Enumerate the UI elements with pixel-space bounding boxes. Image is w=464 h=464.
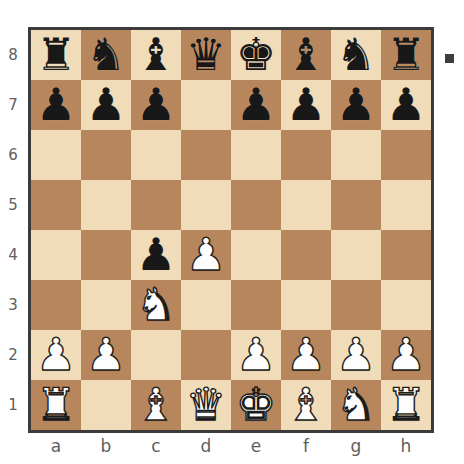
square-a5[interactable] <box>31 180 81 230</box>
square-a3[interactable] <box>31 280 81 330</box>
white-pawn: ♟ <box>186 230 226 280</box>
square-f5[interactable] <box>281 180 331 230</box>
file-label-c: c <box>131 434 181 458</box>
square-b4[interactable] <box>81 230 131 280</box>
black-king: ♚ <box>236 30 276 80</box>
white-king: ♚ <box>236 380 276 430</box>
square-e7[interactable]: ♟ <box>231 80 281 130</box>
square-g5[interactable] <box>331 180 381 230</box>
white-rook: ♜ <box>36 380 76 430</box>
square-d8[interactable]: ♛ <box>181 30 231 80</box>
rank-label-5: 5 <box>0 180 26 230</box>
file-label-e: e <box>231 434 281 458</box>
square-h7[interactable]: ♟ <box>381 80 431 130</box>
white-bishop: ♝ <box>136 380 176 430</box>
square-d1[interactable]: ♛ <box>181 380 231 430</box>
square-b1[interactable] <box>81 380 131 430</box>
square-h2[interactable]: ♟ <box>381 330 431 380</box>
square-f3[interactable] <box>281 280 331 330</box>
square-d6[interactable] <box>181 130 231 180</box>
file-label-f: f <box>281 434 331 458</box>
square-g8[interactable]: ♞ <box>331 30 381 80</box>
file-labels: abcdefgh <box>31 434 431 458</box>
rank-label-3: 3 <box>0 280 26 330</box>
white-pawn: ♟ <box>36 330 76 380</box>
rank-label-2: 2 <box>0 330 26 380</box>
square-b5[interactable] <box>81 180 131 230</box>
black-to-move-indicator <box>445 54 454 63</box>
square-f6[interactable] <box>281 130 331 180</box>
square-g4[interactable] <box>331 230 381 280</box>
square-d5[interactable] <box>181 180 231 230</box>
square-a7[interactable]: ♟ <box>31 80 81 130</box>
square-b7[interactable]: ♟ <box>81 80 131 130</box>
square-f1[interactable]: ♝ <box>281 380 331 430</box>
square-c5[interactable] <box>131 180 181 230</box>
square-h4[interactable] <box>381 230 431 280</box>
square-g6[interactable] <box>331 130 381 180</box>
board: ♜♞♝♛♚♝♞♜♟♟♟♟♟♟♟♟♟♞♟♟♟♟♟♟♜♝♛♚♝♞♜ <box>31 30 431 430</box>
black-pawn: ♟ <box>286 80 326 130</box>
black-pawn: ♟ <box>336 80 376 130</box>
black-bishop: ♝ <box>286 30 326 80</box>
white-queen: ♛ <box>186 380 226 430</box>
file-label-b: b <box>81 434 131 458</box>
square-e3[interactable] <box>231 280 281 330</box>
black-rook: ♜ <box>36 30 76 80</box>
black-knight: ♞ <box>86 30 126 80</box>
square-c2[interactable] <box>131 330 181 380</box>
rank-label-6: 6 <box>0 130 26 180</box>
file-label-d: d <box>181 434 231 458</box>
square-b6[interactable] <box>81 130 131 180</box>
square-f4[interactable] <box>281 230 331 280</box>
white-pawn: ♟ <box>86 330 126 380</box>
white-bishop: ♝ <box>286 380 326 430</box>
square-e1[interactable]: ♚ <box>231 380 281 430</box>
square-f2[interactable]: ♟ <box>281 330 331 380</box>
square-h8[interactable]: ♜ <box>381 30 431 80</box>
square-a2[interactable]: ♟ <box>31 330 81 380</box>
white-knight: ♞ <box>136 280 176 330</box>
file-label-a: a <box>31 434 81 458</box>
square-e5[interactable] <box>231 180 281 230</box>
white-pawn: ♟ <box>236 330 276 380</box>
square-e4[interactable] <box>231 230 281 280</box>
rank-label-7: 7 <box>0 80 26 130</box>
square-c7[interactable]: ♟ <box>131 80 181 130</box>
square-a6[interactable] <box>31 130 81 180</box>
square-g1[interactable]: ♞ <box>331 380 381 430</box>
square-g3[interactable] <box>331 280 381 330</box>
square-e2[interactable]: ♟ <box>231 330 281 380</box>
square-f7[interactable]: ♟ <box>281 80 331 130</box>
black-pawn: ♟ <box>36 80 76 130</box>
square-h1[interactable]: ♜ <box>381 380 431 430</box>
square-h3[interactable] <box>381 280 431 330</box>
white-knight: ♞ <box>336 380 376 430</box>
white-pawn: ♟ <box>386 330 426 380</box>
black-knight: ♞ <box>336 30 376 80</box>
board-frame: ♜♞♝♛♚♝♞♜♟♟♟♟♟♟♟♟♟♞♟♟♟♟♟♟♜♝♛♚♝♞♜ <box>28 27 434 433</box>
square-c8[interactable]: ♝ <box>131 30 181 80</box>
square-c1[interactable]: ♝ <box>131 380 181 430</box>
black-pawn: ♟ <box>86 80 126 130</box>
square-b8[interactable]: ♞ <box>81 30 131 80</box>
black-bishop: ♝ <box>136 30 176 80</box>
rank-label-8: 8 <box>0 30 26 80</box>
square-g2[interactable]: ♟ <box>331 330 381 380</box>
square-e6[interactable] <box>231 130 281 180</box>
black-pawn: ♟ <box>136 80 176 130</box>
square-d7[interactable] <box>181 80 231 130</box>
square-d3[interactable] <box>181 280 231 330</box>
file-label-h: h <box>381 434 431 458</box>
square-a8[interactable]: ♜ <box>31 30 81 80</box>
black-pawn: ♟ <box>136 230 176 280</box>
black-pawn: ♟ <box>386 80 426 130</box>
square-a1[interactable]: ♜ <box>31 380 81 430</box>
square-h6[interactable] <box>381 130 431 180</box>
square-d2[interactable] <box>181 330 231 380</box>
black-rook: ♜ <box>386 30 426 80</box>
square-c6[interactable] <box>131 130 181 180</box>
rank-label-1: 1 <box>0 380 26 430</box>
square-f8[interactable]: ♝ <box>281 30 331 80</box>
square-b3[interactable] <box>81 280 131 330</box>
square-g7[interactable]: ♟ <box>331 80 381 130</box>
square-d4[interactable]: ♟ <box>181 230 231 280</box>
white-pawn: ♟ <box>286 330 326 380</box>
square-b2[interactable]: ♟ <box>81 330 131 380</box>
white-pawn: ♟ <box>336 330 376 380</box>
square-c4[interactable]: ♟ <box>131 230 181 280</box>
square-e8[interactable]: ♚ <box>231 30 281 80</box>
square-a4[interactable] <box>31 230 81 280</box>
square-c3[interactable]: ♞ <box>131 280 181 330</box>
black-queen: ♛ <box>186 30 226 80</box>
white-rook: ♜ <box>386 380 426 430</box>
square-h5[interactable] <box>381 180 431 230</box>
black-pawn: ♟ <box>236 80 276 130</box>
file-label-g: g <box>331 434 381 458</box>
rank-labels: 87654321 <box>0 30 26 430</box>
rank-label-4: 4 <box>0 230 26 280</box>
